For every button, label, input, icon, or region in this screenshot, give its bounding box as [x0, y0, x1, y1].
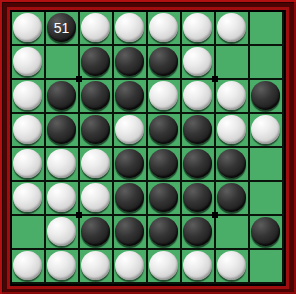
- disc-black: [115, 47, 144, 76]
- star-point: [212, 76, 218, 82]
- disc-white: [183, 251, 212, 280]
- cell-f4[interactable]: [182, 114, 216, 148]
- cell-d5[interactable]: [114, 148, 148, 182]
- cell-a7[interactable]: [12, 216, 46, 250]
- cell-d4[interactable]: [114, 114, 148, 148]
- cell-e4[interactable]: [148, 114, 182, 148]
- disc-black: [81, 217, 110, 246]
- cell-h8[interactable]: [250, 250, 284, 284]
- cell-b2[interactable]: [46, 46, 80, 80]
- cell-f7[interactable]: [182, 216, 216, 250]
- disc-black: [81, 47, 110, 76]
- cell-g3[interactable]: [216, 80, 250, 114]
- star-point: [76, 76, 82, 82]
- disc-black: [251, 81, 280, 110]
- disc-white: [217, 251, 246, 280]
- disc-black: [81, 81, 110, 110]
- star-point: [212, 212, 218, 218]
- disc-black-last-move: 51: [47, 13, 76, 42]
- cell-c2[interactable]: [80, 46, 114, 80]
- cell-e2[interactable]: [148, 46, 182, 80]
- cell-a2[interactable]: [12, 46, 46, 80]
- disc-white: [47, 149, 76, 178]
- cell-h3[interactable]: [250, 80, 284, 114]
- cell-h6[interactable]: [250, 182, 284, 216]
- disc-black: [47, 81, 76, 110]
- cell-c6[interactable]: [80, 182, 114, 216]
- disc-black: [183, 115, 212, 144]
- cell-f5[interactable]: [182, 148, 216, 182]
- disc-black: [47, 115, 76, 144]
- disc-white: [149, 251, 178, 280]
- disc-white: [217, 13, 246, 42]
- disc-white: [13, 251, 42, 280]
- disc-white: [81, 13, 110, 42]
- cell-h2[interactable]: [250, 46, 284, 80]
- cell-b5[interactable]: [46, 148, 80, 182]
- disc-black: [115, 183, 144, 212]
- cell-a4[interactable]: [12, 114, 46, 148]
- cell-e1[interactable]: [148, 12, 182, 46]
- disc-white: [47, 183, 76, 212]
- disc-white: [81, 251, 110, 280]
- cell-c5[interactable]: [80, 148, 114, 182]
- cell-a6[interactable]: [12, 182, 46, 216]
- cell-b3[interactable]: [46, 80, 80, 114]
- cell-f3[interactable]: [182, 80, 216, 114]
- disc-white: [13, 81, 42, 110]
- cell-h1[interactable]: [250, 12, 284, 46]
- disc-black: [149, 47, 178, 76]
- cell-e8[interactable]: [148, 250, 182, 284]
- cell-e3[interactable]: [148, 80, 182, 114]
- disc-white: [13, 149, 42, 178]
- disc-black: [115, 217, 144, 246]
- disc-black: [115, 149, 144, 178]
- cell-g1[interactable]: [216, 12, 250, 46]
- disc-white: [13, 183, 42, 212]
- disc-white: [47, 217, 76, 246]
- cell-e7[interactable]: [148, 216, 182, 250]
- disc-white: [115, 115, 144, 144]
- disc-black: [183, 217, 212, 246]
- cell-d2[interactable]: [114, 46, 148, 80]
- cell-b7[interactable]: [46, 216, 80, 250]
- cell-d6[interactable]: [114, 182, 148, 216]
- disc-black: [251, 217, 280, 246]
- star-point: [76, 212, 82, 218]
- cell-b6[interactable]: [46, 182, 80, 216]
- cell-a8[interactable]: [12, 250, 46, 284]
- othello-board: 51: [10, 10, 286, 286]
- cell-g7[interactable]: [216, 216, 250, 250]
- cell-g5[interactable]: [216, 148, 250, 182]
- disc-white: [115, 13, 144, 42]
- cell-a5[interactable]: [12, 148, 46, 182]
- move-number-label: 51: [47, 13, 76, 42]
- disc-black: [183, 183, 212, 212]
- disc-black: [149, 217, 178, 246]
- disc-white: [13, 13, 42, 42]
- disc-white: [115, 251, 144, 280]
- cell-c7[interactable]: [80, 216, 114, 250]
- cell-g6[interactable]: [216, 182, 250, 216]
- disc-white: [149, 81, 178, 110]
- cell-b4[interactable]: [46, 114, 80, 148]
- disc-black: [81, 115, 110, 144]
- disc-black: [149, 149, 178, 178]
- cell-e6[interactable]: [148, 182, 182, 216]
- disc-black: [217, 149, 246, 178]
- cell-b8[interactable]: [46, 250, 80, 284]
- disc-white: [183, 81, 212, 110]
- cell-d1[interactable]: [114, 12, 148, 46]
- disc-black: [183, 149, 212, 178]
- disc-white: [13, 47, 42, 76]
- cell-g8[interactable]: [216, 250, 250, 284]
- cell-h7[interactable]: [250, 216, 284, 250]
- disc-black: [115, 81, 144, 110]
- cell-g2[interactable]: [216, 46, 250, 80]
- board-frame: 51: [0, 0, 296, 294]
- cell-h5[interactable]: [250, 148, 284, 182]
- disc-white: [251, 115, 280, 144]
- disc-white: [81, 183, 110, 212]
- cell-f1[interactable]: [182, 12, 216, 46]
- cell-a3[interactable]: [12, 80, 46, 114]
- cell-f6[interactable]: [182, 182, 216, 216]
- cell-h4[interactable]: [250, 114, 284, 148]
- cell-f2[interactable]: [182, 46, 216, 80]
- disc-black: [217, 183, 246, 212]
- disc-white: [47, 251, 76, 280]
- cell-d8[interactable]: [114, 250, 148, 284]
- cell-c3[interactable]: [80, 80, 114, 114]
- cell-d7[interactable]: [114, 216, 148, 250]
- cell-c1[interactable]: [80, 12, 114, 46]
- cell-d3[interactable]: [114, 80, 148, 114]
- disc-white: [183, 13, 212, 42]
- disc-black: [149, 183, 178, 212]
- cell-b1[interactable]: 51: [46, 12, 80, 46]
- cell-c4[interactable]: [80, 114, 114, 148]
- cell-g4[interactable]: [216, 114, 250, 148]
- cell-e5[interactable]: [148, 148, 182, 182]
- cell-f8[interactable]: [182, 250, 216, 284]
- disc-black: [149, 115, 178, 144]
- disc-white: [183, 47, 212, 76]
- disc-white: [13, 115, 42, 144]
- disc-white: [217, 81, 246, 110]
- cell-c8[interactable]: [80, 250, 114, 284]
- cell-a1[interactable]: [12, 12, 46, 46]
- disc-white: [81, 149, 110, 178]
- disc-white: [217, 115, 246, 144]
- disc-white: [149, 13, 178, 42]
